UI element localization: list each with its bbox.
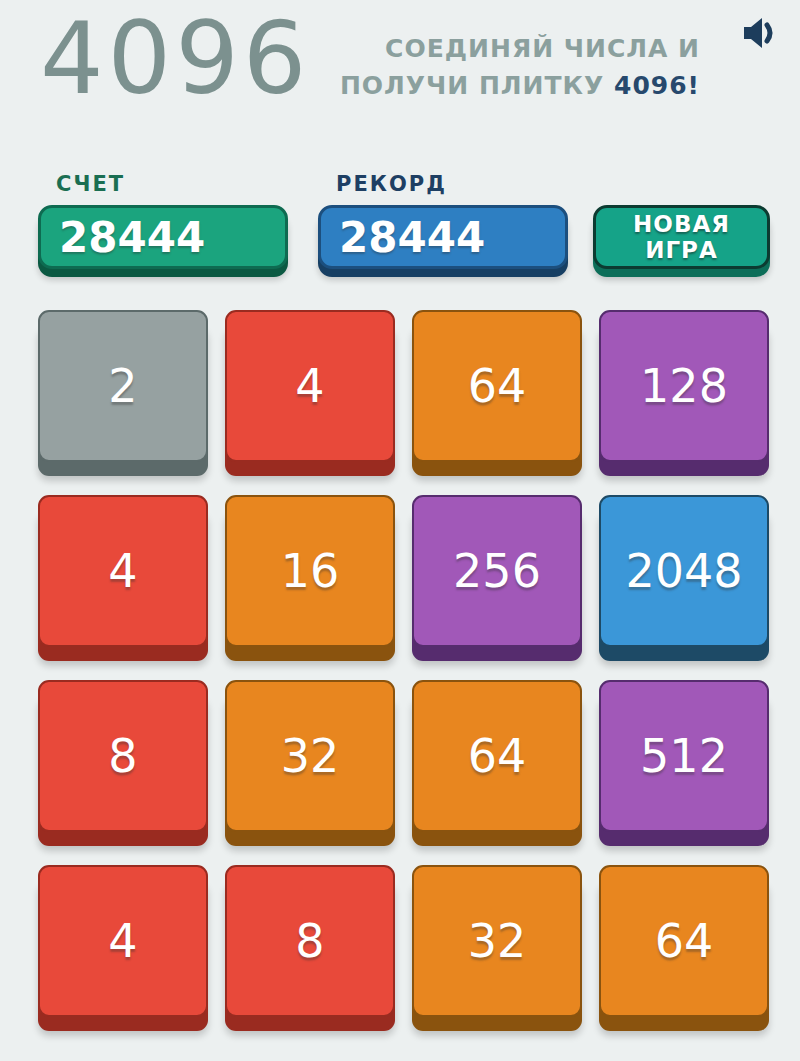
tile-r1c1: 2 [38, 310, 208, 462]
speaker-icon [742, 38, 778, 53]
game-logo: 4096 [40, 6, 311, 111]
tagline-line1: СОЕДИНЯЙ ЧИСЛА И [385, 34, 700, 63]
board[interactable]: 2464128416256204883264512483264 [38, 310, 769, 1017]
tile-r2c4: 2048 [599, 495, 769, 647]
tile-r2c1: 4 [38, 495, 208, 647]
best-score-value: 28444 [318, 205, 568, 269]
tile-r2c2: 16 [225, 495, 395, 647]
best-score-panel: РЕКОРД 28444 [318, 172, 568, 269]
tile-r3c1: 8 [38, 680, 208, 832]
tile-r3c4: 512 [599, 680, 769, 832]
best-score-label: РЕКОРД [336, 172, 568, 196]
tile-r1c4: 128 [599, 310, 769, 462]
score-panel: СЧЕТ 28444 [38, 172, 288, 269]
tagline: СОЕДИНЯЙ ЧИСЛА И ПОЛУЧИ ПЛИТКУ 4096! [340, 30, 700, 104]
tile-r2c3: 256 [412, 495, 582, 647]
tile-r4c1: 4 [38, 865, 208, 1017]
tile-r4c4: 64 [599, 865, 769, 1017]
tagline-goal: 4096! [614, 71, 700, 100]
tile-r4c3: 32 [412, 865, 582, 1017]
tile-r1c2: 4 [225, 310, 395, 462]
tile-r4c2: 8 [225, 865, 395, 1017]
tile-r3c2: 32 [225, 680, 395, 832]
new-game-button[interactable]: НОВАЯ ИГРА [593, 205, 770, 269]
tagline-line2: ПОЛУЧИ ПЛИТКУ [340, 71, 614, 100]
score-value: 28444 [38, 205, 288, 269]
tile-r3c3: 64 [412, 680, 582, 832]
game-app: 4096 СОЕДИНЯЙ ЧИСЛА И ПОЛУЧИ ПЛИТКУ 4096… [0, 0, 800, 1061]
sound-toggle-button[interactable] [742, 16, 778, 50]
tile-r1c3: 64 [412, 310, 582, 462]
score-label: СЧЕТ [56, 172, 288, 196]
